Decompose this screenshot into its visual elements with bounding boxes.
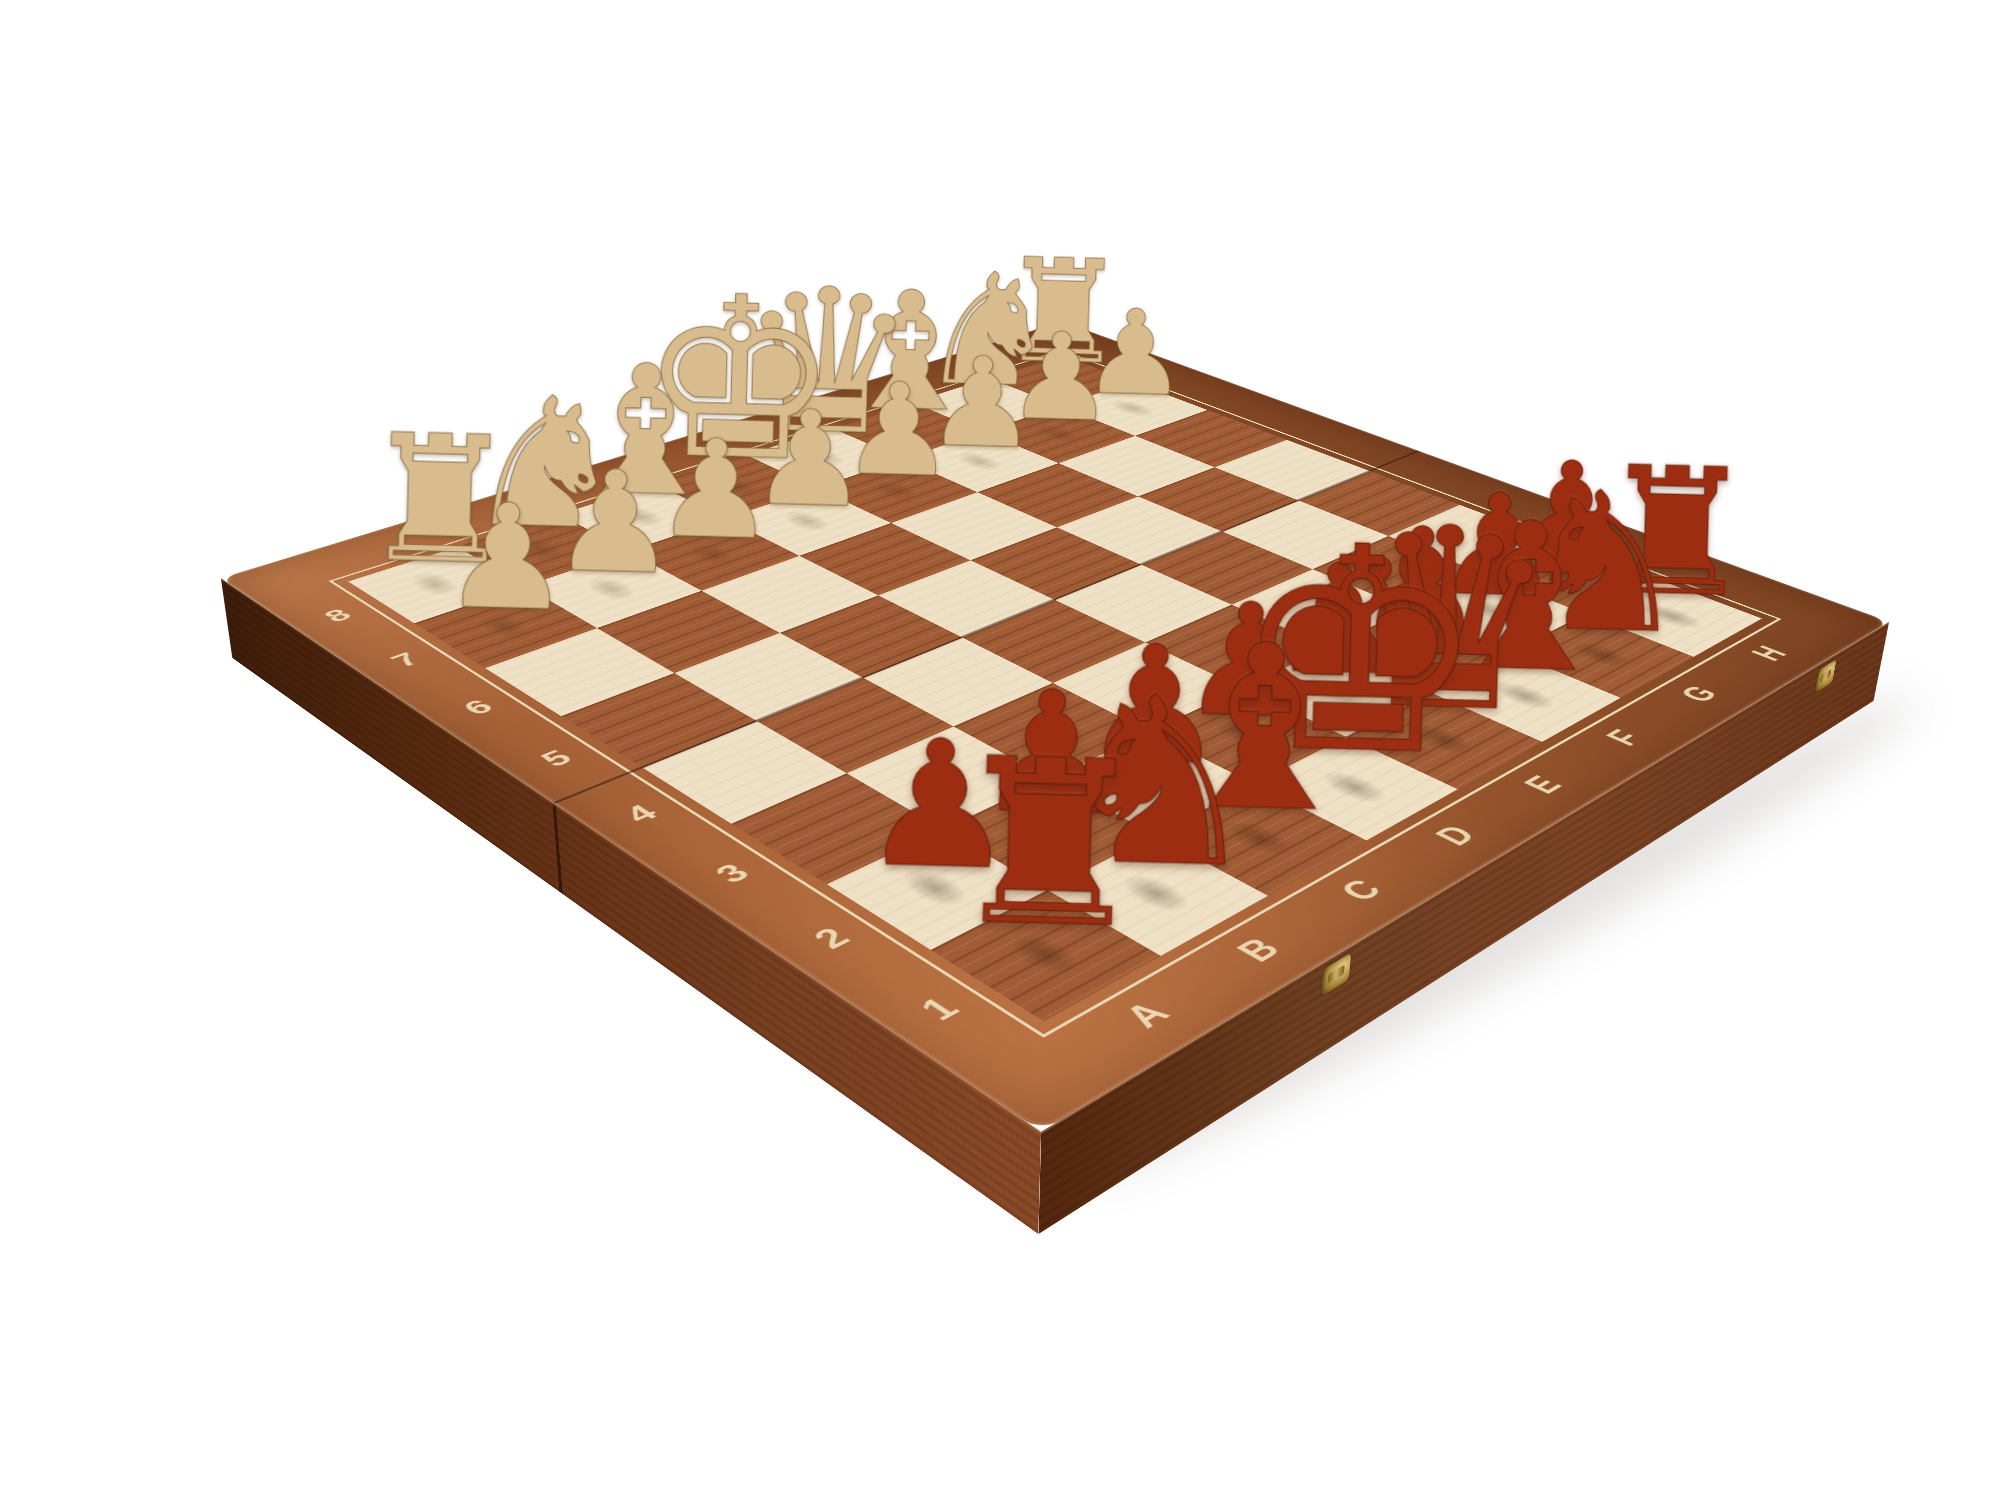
- red-rook-icon: ♜: [944, 734, 1154, 956]
- perspective-scene: 87654321 HGFEDCBA ♜♞♝♚♛♝♞♜♟♟♟♟♟♟♟♟♟♟♟♟♟♟…: [0, 0, 2000, 1500]
- fold-seam-side: [553, 804, 563, 894]
- product-photo: 87654321 HGFEDCBA ♜♞♝♚♛♝♞♜♟♟♟♟♟♟♟♟♟♟♟♟♟♟…: [0, 0, 2000, 1500]
- camera-tilt: 87654321 HGFEDCBA ♜♞♝♚♛♝♞♜♟♟♟♟♟♟♟♟♟♟♟♟♟♟…: [0, 0, 2000, 1500]
- white-pawn-icon: ♟: [441, 486, 574, 627]
- chess-board: 87654321 HGFEDCBA ♜♞♝♚♛♝♞♜♟♟♟♟♟♟♟♟♟♟♟♟♟♟…: [221, 321, 1889, 1131]
- brass-clasp: [1814, 659, 1836, 694]
